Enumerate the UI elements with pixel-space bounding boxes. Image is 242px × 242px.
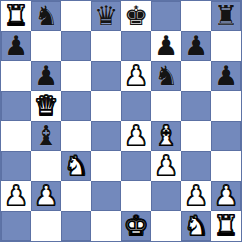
black-queen: ♛: [94, 1, 118, 31]
square-g4[interactable]: [181, 121, 211, 151]
square-e5[interactable]: [121, 91, 151, 121]
white-pawn: ♟: [124, 61, 148, 91]
black-knight: ♞: [154, 61, 178, 91]
black-pawn: ♟: [34, 61, 58, 91]
square-e2[interactable]: [121, 181, 151, 211]
white-pawn: ♟: [154, 151, 178, 181]
square-f8[interactable]: [151, 1, 181, 31]
black-pawn: ♟: [4, 31, 28, 61]
square-h7[interactable]: [211, 31, 241, 61]
black-bishop: ♝: [34, 121, 58, 151]
black-knight: ♞: [34, 1, 58, 31]
square-a6[interactable]: [1, 61, 31, 91]
chess-board: ♜♞♛♚♜♟♟♟♟♟♞♟♛♝♟♝♞♟♟♟♟♟♚♞♜: [0, 0, 242, 242]
white-knight: ♞: [184, 211, 208, 241]
white-pawn: ♟: [184, 181, 208, 211]
square-b5[interactable]: ♛: [31, 91, 61, 121]
square-f3[interactable]: ♟: [151, 151, 181, 181]
square-a4[interactable]: [1, 121, 31, 151]
square-h4[interactable]: [211, 121, 241, 151]
white-king: ♚: [124, 211, 148, 241]
square-g3[interactable]: [181, 151, 211, 181]
square-d4[interactable]: [91, 121, 121, 151]
square-c5[interactable]: [61, 91, 91, 121]
white-rook: ♜: [4, 1, 28, 31]
square-h6[interactable]: ♟: [211, 61, 241, 91]
square-c8[interactable]: [61, 1, 91, 31]
square-h2[interactable]: ♟: [211, 181, 241, 211]
square-a5[interactable]: [1, 91, 31, 121]
square-f1[interactable]: [151, 211, 181, 241]
square-a2[interactable]: ♟: [1, 181, 31, 211]
square-d7[interactable]: [91, 31, 121, 61]
square-d1[interactable]: [91, 211, 121, 241]
square-f5[interactable]: [151, 91, 181, 121]
square-a1[interactable]: [1, 211, 31, 241]
square-a3[interactable]: [1, 151, 31, 181]
square-b8[interactable]: ♞: [31, 1, 61, 31]
square-g1[interactable]: ♞: [181, 211, 211, 241]
white-pawn: ♟: [34, 181, 58, 211]
white-pawn: ♟: [214, 181, 238, 211]
square-d3[interactable]: [91, 151, 121, 181]
square-d8[interactable]: ♛: [91, 1, 121, 31]
square-h1[interactable]: ♜: [211, 211, 241, 241]
square-c2[interactable]: [61, 181, 91, 211]
square-a7[interactable]: ♟: [1, 31, 31, 61]
square-g5[interactable]: [181, 91, 211, 121]
square-b6[interactable]: ♟: [31, 61, 61, 91]
black-king: ♚: [124, 1, 148, 31]
square-g6[interactable]: [181, 61, 211, 91]
square-a8[interactable]: ♜: [1, 1, 31, 31]
black-rook: ♜: [214, 1, 238, 31]
square-d5[interactable]: [91, 91, 121, 121]
square-f6[interactable]: ♞: [151, 61, 181, 91]
square-e4[interactable]: ♟: [121, 121, 151, 151]
square-e1[interactable]: ♚: [121, 211, 151, 241]
square-c3[interactable]: ♞: [61, 151, 91, 181]
square-g8[interactable]: [181, 1, 211, 31]
square-f7[interactable]: ♟: [151, 31, 181, 61]
white-knight: ♞: [64, 151, 88, 181]
white-bishop: ♝: [154, 121, 178, 151]
square-b7[interactable]: [31, 31, 61, 61]
square-e3[interactable]: [121, 151, 151, 181]
square-d2[interactable]: [91, 181, 121, 211]
square-c7[interactable]: [61, 31, 91, 61]
square-b2[interactable]: ♟: [31, 181, 61, 211]
square-d6[interactable]: [91, 61, 121, 91]
square-h3[interactable]: [211, 151, 241, 181]
square-e7[interactable]: [121, 31, 151, 61]
white-queen: ♛: [34, 91, 58, 121]
square-f2[interactable]: [151, 181, 181, 211]
square-e8[interactable]: ♚: [121, 1, 151, 31]
square-h8[interactable]: ♜: [211, 1, 241, 31]
white-rook: ♜: [214, 211, 238, 241]
square-b3[interactable]: [31, 151, 61, 181]
black-pawn: ♟: [214, 61, 238, 91]
square-g2[interactable]: ♟: [181, 181, 211, 211]
square-e6[interactable]: ♟: [121, 61, 151, 91]
white-pawn: ♟: [124, 121, 148, 151]
square-h5[interactable]: [211, 91, 241, 121]
square-g7[interactable]: ♟: [181, 31, 211, 61]
square-b1[interactable]: [31, 211, 61, 241]
black-pawn: ♟: [184, 31, 208, 61]
square-c6[interactable]: [61, 61, 91, 91]
square-c4[interactable]: [61, 121, 91, 151]
white-pawn: ♟: [4, 181, 28, 211]
black-pawn: ♟: [154, 31, 178, 61]
square-f4[interactable]: ♝: [151, 121, 181, 151]
square-c1[interactable]: [61, 211, 91, 241]
square-b4[interactable]: ♝: [31, 121, 61, 151]
